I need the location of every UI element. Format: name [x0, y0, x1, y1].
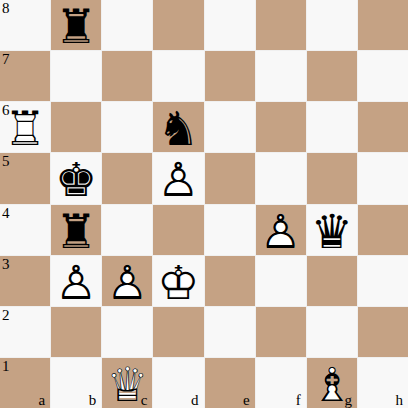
square-c1[interactable]: c♛♕ [102, 358, 152, 408]
square-e7[interactable] [205, 51, 255, 101]
square-f3[interactable] [256, 256, 306, 306]
square-a7[interactable]: 7 [0, 51, 50, 101]
black-queen-glyph: ♛ [311, 207, 353, 254]
file-label-e: e [243, 392, 250, 408]
square-c5[interactable] [102, 153, 152, 203]
square-b2[interactable] [51, 307, 101, 357]
rank-label-1: 1 [2, 358, 10, 375]
square-f4[interactable]: ♟♙ [256, 205, 306, 255]
piece-white-pawn-f4[interactable]: ♟♙ [256, 205, 306, 255]
file-label-d: d [191, 392, 199, 408]
square-a3[interactable]: 3 [0, 256, 50, 306]
square-a2[interactable]: 2 [0, 307, 50, 357]
square-b8[interactable]: ♜ [51, 0, 101, 50]
rank-label-7: 7 [2, 51, 10, 68]
square-a5[interactable]: 5 [0, 153, 50, 203]
rank-label-4: 4 [2, 205, 10, 222]
square-c7[interactable] [102, 51, 152, 101]
square-h8[interactable] [358, 0, 408, 50]
rank-label-3: 3 [2, 256, 10, 273]
rank-label-8: 8 [2, 0, 10, 17]
square-h7[interactable] [358, 51, 408, 101]
square-e5[interactable] [205, 153, 255, 203]
square-g3[interactable] [307, 256, 357, 306]
square-g4[interactable]: ♛ [307, 205, 357, 255]
white-pawn-outline-glyph: ♙ [260, 207, 302, 254]
piece-black-knight-d6[interactable]: ♞ [153, 102, 203, 152]
square-g6[interactable] [307, 102, 357, 152]
square-d3[interactable]: ♚♔ [153, 256, 203, 306]
square-b6[interactable] [51, 102, 101, 152]
rank-label-5: 5 [2, 153, 10, 170]
square-b4[interactable]: ♜ [51, 205, 101, 255]
piece-white-rook-a6[interactable]: ♜♖ [0, 102, 50, 152]
square-c4[interactable] [102, 205, 152, 255]
square-g1[interactable]: g♝♗ [307, 358, 357, 408]
white-queen-outline-glyph: ♕ [106, 360, 148, 407]
piece-black-rook-b4[interactable]: ♜ [51, 205, 101, 255]
piece-black-queen-g4[interactable]: ♛ [307, 205, 357, 255]
piece-white-queen-c1[interactable]: ♛♕ [102, 358, 152, 408]
square-b5[interactable]: ♚ [51, 153, 101, 203]
square-d2[interactable] [153, 307, 203, 357]
rank-label-2: 2 [2, 307, 10, 324]
square-a8[interactable]: 8 [0, 0, 50, 50]
piece-white-bishop-g1[interactable]: ♝♗ [307, 358, 357, 408]
black-rook-glyph: ♜ [55, 3, 97, 50]
piece-black-king-b5[interactable]: ♚ [51, 153, 101, 203]
white-pawn-outline-glyph: ♙ [106, 258, 148, 305]
square-c8[interactable] [102, 0, 152, 50]
square-h6[interactable] [358, 102, 408, 152]
square-c3[interactable]: ♟♙ [102, 256, 152, 306]
piece-white-king-d3[interactable]: ♚♔ [153, 256, 203, 306]
file-label-f: f [296, 392, 301, 408]
square-g8[interactable] [307, 0, 357, 50]
black-knight-glyph: ♞ [157, 105, 199, 152]
white-pawn-outline-glyph: ♙ [157, 156, 199, 203]
square-c2[interactable] [102, 307, 152, 357]
square-c6[interactable] [102, 102, 152, 152]
square-b1[interactable]: b [51, 358, 101, 408]
square-a4[interactable]: 4 [0, 205, 50, 255]
piece-black-rook-b8[interactable]: ♜ [51, 0, 101, 50]
square-f1[interactable]: f [256, 358, 306, 408]
square-e4[interactable] [205, 205, 255, 255]
square-b7[interactable] [51, 51, 101, 101]
square-d5[interactable]: ♟♙ [153, 153, 203, 203]
file-label-b: b [89, 392, 97, 408]
white-bishop-outline-glyph: ♗ [311, 360, 353, 407]
square-h2[interactable] [358, 307, 408, 357]
square-f2[interactable] [256, 307, 306, 357]
square-f6[interactable] [256, 102, 306, 152]
white-pawn-outline-glyph: ♙ [55, 258, 97, 305]
square-e2[interactable] [205, 307, 255, 357]
white-king-outline-glyph: ♔ [157, 258, 199, 305]
square-h4[interactable] [358, 205, 408, 255]
piece-white-pawn-c3[interactable]: ♟♙ [102, 256, 152, 306]
square-g5[interactable] [307, 153, 357, 203]
square-h3[interactable] [358, 256, 408, 306]
square-b3[interactable]: ♟♙ [51, 256, 101, 306]
black-king-glyph: ♚ [55, 156, 97, 203]
square-d6[interactable]: ♞ [153, 102, 203, 152]
piece-white-pawn-b3[interactable]: ♟♙ [51, 256, 101, 306]
chess-board: 8♜76♜♖♞5♚♟♙4♜♟♙♛3♟♙♟♙♚♔21abc♛♕defg♝♗h [0, 0, 408, 408]
file-label-a: a [38, 392, 45, 408]
file-label-h: h [396, 392, 404, 408]
square-a6[interactable]: 6♜♖ [0, 102, 50, 152]
square-f7[interactable] [256, 51, 306, 101]
square-g2[interactable] [307, 307, 357, 357]
square-g7[interactable] [307, 51, 357, 101]
square-d8[interactable] [153, 0, 203, 50]
square-f8[interactable] [256, 0, 306, 50]
square-d4[interactable] [153, 205, 203, 255]
square-e8[interactable] [205, 0, 255, 50]
square-f5[interactable] [256, 153, 306, 203]
square-d1[interactable]: d [153, 358, 203, 408]
square-a1[interactable]: 1a [0, 358, 50, 408]
square-e1[interactable]: e [205, 358, 255, 408]
white-rook-outline-glyph: ♖ [4, 105, 46, 152]
square-h5[interactable] [358, 153, 408, 203]
square-h1[interactable]: h [358, 358, 408, 408]
square-e3[interactable] [205, 256, 255, 306]
square-d7[interactable] [153, 51, 203, 101]
piece-white-pawn-d5[interactable]: ♟♙ [153, 153, 203, 203]
square-e6[interactable] [205, 102, 255, 152]
black-rook-glyph: ♜ [55, 207, 97, 254]
